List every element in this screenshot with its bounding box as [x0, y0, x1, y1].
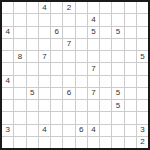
empty-cell[interactable] [76, 51, 87, 62]
clue-cell: 3 [137, 125, 148, 136]
clue-cell: 5 [27, 88, 38, 99]
empty-cell[interactable] [125, 88, 136, 99]
empty-cell[interactable] [27, 100, 38, 111]
empty-cell[interactable] [100, 100, 111, 111]
empty-cell[interactable] [76, 137, 87, 148]
empty-cell[interactable] [14, 27, 25, 38]
empty-cell[interactable] [27, 125, 38, 136]
empty-cell[interactable] [14, 100, 25, 111]
empty-cell[interactable] [14, 125, 25, 136]
clue-cell: 6 [51, 27, 62, 38]
empty-cell[interactable] [51, 100, 62, 111]
empty-cell[interactable] [14, 14, 25, 25]
empty-cell[interactable] [112, 14, 123, 25]
clue-cell: 4 [2, 27, 13, 38]
empty-cell[interactable] [39, 14, 50, 25]
empty-cell[interactable] [2, 2, 13, 13]
clue-cell: 4 [39, 2, 50, 13]
empty-cell[interactable] [125, 112, 136, 123]
clue-cell: 5 [137, 51, 148, 62]
empty-cell[interactable] [27, 39, 38, 50]
empty-cell[interactable] [27, 63, 38, 74]
empty-cell[interactable] [137, 76, 148, 87]
empty-cell[interactable] [88, 39, 99, 50]
clue-cell: 2 [137, 137, 148, 148]
empty-cell[interactable] [2, 51, 13, 62]
clue-cell: 2 [63, 2, 74, 13]
empty-cell[interactable] [2, 112, 13, 123]
empty-cell[interactable] [137, 14, 148, 25]
clue-cell: 8 [14, 51, 25, 62]
empty-cell[interactable] [27, 51, 38, 62]
empty-cell[interactable] [14, 88, 25, 99]
empty-cell[interactable] [100, 112, 111, 123]
empty-cell[interactable] [27, 137, 38, 148]
empty-cell[interactable] [39, 63, 50, 74]
empty-cell[interactable] [39, 112, 50, 123]
empty-cell[interactable] [51, 137, 62, 148]
empty-cell[interactable] [100, 137, 111, 148]
empty-cell[interactable] [125, 63, 136, 74]
puzzle-board: 424465578757456755346432 [0, 0, 150, 150]
empty-cell[interactable] [76, 27, 87, 38]
clue-cell: 5 [88, 27, 99, 38]
empty-cell[interactable] [27, 112, 38, 123]
empty-cell[interactable] [39, 76, 50, 87]
empty-cell[interactable] [125, 76, 136, 87]
empty-cell[interactable] [27, 14, 38, 25]
empty-cell[interactable] [112, 63, 123, 74]
empty-cell[interactable] [63, 125, 74, 136]
empty-cell[interactable] [100, 63, 111, 74]
empty-cell[interactable] [137, 112, 148, 123]
empty-cell[interactable] [88, 100, 99, 111]
clue-cell: 7 [63, 39, 74, 50]
empty-cell[interactable] [63, 14, 74, 25]
empty-cell[interactable] [125, 100, 136, 111]
empty-cell[interactable] [125, 27, 136, 38]
empty-cell[interactable] [14, 39, 25, 50]
empty-cell[interactable] [125, 2, 136, 13]
empty-cell[interactable] [51, 14, 62, 25]
empty-cell[interactable] [125, 51, 136, 62]
empty-cell[interactable] [63, 76, 74, 87]
empty-cell[interactable] [2, 137, 13, 148]
empty-cell[interactable] [39, 39, 50, 50]
empty-cell[interactable] [88, 76, 99, 87]
empty-cell[interactable] [27, 76, 38, 87]
empty-cell[interactable] [112, 112, 123, 123]
empty-cell[interactable] [51, 88, 62, 99]
empty-cell[interactable] [76, 39, 87, 50]
clue-cell: 7 [88, 63, 99, 74]
clue-cell: 7 [39, 51, 50, 62]
empty-cell[interactable] [63, 63, 74, 74]
empty-cell[interactable] [76, 112, 87, 123]
empty-cell[interactable] [112, 137, 123, 148]
empty-cell[interactable] [14, 63, 25, 74]
empty-cell[interactable] [27, 2, 38, 13]
empty-cell[interactable] [125, 137, 136, 148]
empty-cell[interactable] [27, 27, 38, 38]
empty-cell[interactable] [51, 39, 62, 50]
empty-cell[interactable] [137, 63, 148, 74]
empty-cell[interactable] [125, 39, 136, 50]
empty-cell[interactable] [63, 100, 74, 111]
empty-cell[interactable] [51, 51, 62, 62]
empty-cell[interactable] [125, 14, 136, 25]
empty-cell[interactable] [76, 88, 87, 99]
empty-cell[interactable] [137, 100, 148, 111]
clue-cell: 6 [63, 88, 74, 99]
empty-cell[interactable] [100, 51, 111, 62]
empty-cell[interactable] [51, 2, 62, 13]
empty-cell[interactable] [112, 51, 123, 62]
empty-cell[interactable] [51, 112, 62, 123]
empty-cell[interactable] [2, 14, 13, 25]
empty-cell[interactable] [100, 88, 111, 99]
empty-cell[interactable] [137, 2, 148, 13]
empty-cell[interactable] [14, 76, 25, 87]
empty-cell[interactable] [88, 137, 99, 148]
empty-cell[interactable] [63, 51, 74, 62]
empty-cell[interactable] [112, 125, 123, 136]
empty-cell[interactable] [88, 112, 99, 123]
empty-cell[interactable] [39, 88, 50, 99]
empty-cell[interactable] [51, 63, 62, 74]
empty-cell[interactable] [39, 100, 50, 111]
empty-cell[interactable] [2, 39, 13, 50]
clue-cell: 3 [2, 125, 13, 136]
empty-cell[interactable] [63, 137, 74, 148]
clue-cell: 4 [2, 76, 13, 87]
empty-cell[interactable] [76, 2, 87, 13]
empty-cell[interactable] [76, 14, 87, 25]
empty-cell[interactable] [76, 76, 87, 87]
empty-cell[interactable] [2, 100, 13, 111]
empty-cell[interactable] [100, 125, 111, 136]
clue-cell: 5 [112, 100, 123, 111]
empty-cell[interactable] [76, 100, 87, 111]
empty-cell[interactable] [39, 137, 50, 148]
empty-cell[interactable] [88, 2, 99, 13]
empty-cell[interactable] [137, 39, 148, 50]
empty-cell[interactable] [112, 2, 123, 13]
empty-cell[interactable] [100, 76, 111, 87]
clue-cell: 4 [88, 14, 99, 25]
empty-cell[interactable] [63, 112, 74, 123]
empty-cell[interactable] [100, 27, 111, 38]
clue-cell: 4 [39, 125, 50, 136]
empty-cell[interactable] [100, 39, 111, 50]
empty-cell[interactable] [2, 88, 13, 99]
clue-cell: 5 [112, 88, 123, 99]
clue-cell: 7 [88, 88, 99, 99]
empty-cell[interactable] [14, 112, 25, 123]
empty-cell[interactable] [88, 51, 99, 62]
empty-cell[interactable] [39, 27, 50, 38]
empty-cell[interactable] [63, 27, 74, 38]
clue-cell: 6 [76, 125, 87, 136]
empty-cell[interactable] [76, 63, 87, 74]
empty-cell[interactable] [112, 39, 123, 50]
empty-cell[interactable] [137, 88, 148, 99]
empty-cell[interactable] [2, 63, 13, 74]
empty-cell[interactable] [137, 27, 148, 38]
empty-cell[interactable] [125, 125, 136, 136]
empty-cell[interactable] [14, 2, 25, 13]
empty-cell[interactable] [51, 125, 62, 136]
empty-cell[interactable] [112, 76, 123, 87]
clue-cell: 4 [88, 125, 99, 136]
empty-cell[interactable] [100, 14, 111, 25]
empty-cell[interactable] [51, 76, 62, 87]
empty-cell[interactable] [14, 137, 25, 148]
empty-cell[interactable] [100, 2, 111, 13]
clue-cell: 5 [112, 27, 123, 38]
